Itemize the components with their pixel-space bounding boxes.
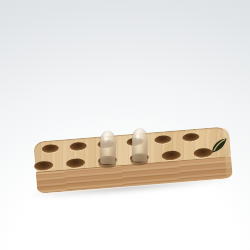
cell-r0c0[interactable] [35,141,64,156]
leaf-logo-icon [209,136,229,155]
peg-body [132,129,147,162]
cell-r0c4[interactable] [148,131,177,146]
cell-r0c5[interactable] [177,129,206,144]
cell-r1c3[interactable] [122,148,155,167]
hole[interactable] [161,150,181,160]
peg-highlight [103,134,108,143]
cell-r0c1[interactable] [64,138,93,153]
hole[interactable] [69,141,87,150]
cell-r1c2[interactable] [90,151,123,170]
cell-r1c0[interactable] [27,156,60,175]
peg[interactable] [99,128,115,165]
hole[interactable] [154,134,172,143]
hole[interactable] [41,143,59,152]
cell-r1c4[interactable] [154,146,187,165]
peg-highlight [135,132,140,141]
cell-r1c1[interactable] [58,153,91,172]
product-photo-scene [0,0,250,250]
hole[interactable] [65,157,85,167]
peg[interactable] [131,126,147,163]
hole[interactable] [182,132,200,141]
hole[interactable] [33,160,53,170]
peg-body [100,131,115,164]
